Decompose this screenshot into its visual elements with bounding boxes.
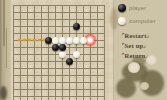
flower-art-bloom [146,55,157,65]
flower-art-bloom [128,62,140,73]
black-stone [73,23,80,30]
white-stone [59,51,66,58]
black-stone [59,44,66,51]
black-stone-icon [118,4,126,12]
grid-line [83,5,84,100]
setup-button[interactable]: ⌜Set up⌟ [122,42,164,49]
grid-line [27,5,28,100]
computer-label: computer [129,18,156,24]
grid-line [90,5,91,100]
grid-line [69,5,70,100]
white-stone [80,37,87,44]
flower-art-bloom [140,82,149,90]
grid-line [55,5,56,100]
player-row: player [118,4,147,12]
side-panel: player computer ⌜Restart⌟ ⌜Set up⌟ ⌜Retu… [114,0,167,100]
paper-streak [3,0,5,46]
black-stone [45,37,52,44]
black-stone [66,58,73,65]
white-stone [73,37,80,44]
grid-line [20,5,21,100]
grid-line [34,5,35,100]
bracket-mark: ⌟ [143,43,146,48]
gomoku-app: player computer ⌜Restart⌟ ⌜Set up⌟ ⌜Retu… [0,0,167,100]
grid-line [41,5,42,100]
grid-line [104,5,105,100]
paper-streak [6,28,7,68]
black-stone [52,44,59,51]
computer-row: computer [118,17,156,25]
grid-line [48,5,49,100]
white-stone [59,37,66,44]
ink-blot [0,86,7,100]
grid-line [13,5,14,100]
gomoku-board[interactable] [11,0,114,100]
bracket-mark: ⌟ [147,33,150,38]
white-stone [73,51,80,58]
flower-art-leaf [116,78,136,98]
grid-line [97,5,98,100]
player-label: player [129,5,147,11]
restart-button[interactable]: ⌜Restart⌟ [122,32,164,39]
white-stone [66,37,73,44]
white-stone-icon [118,17,126,25]
white-stone [52,37,59,44]
